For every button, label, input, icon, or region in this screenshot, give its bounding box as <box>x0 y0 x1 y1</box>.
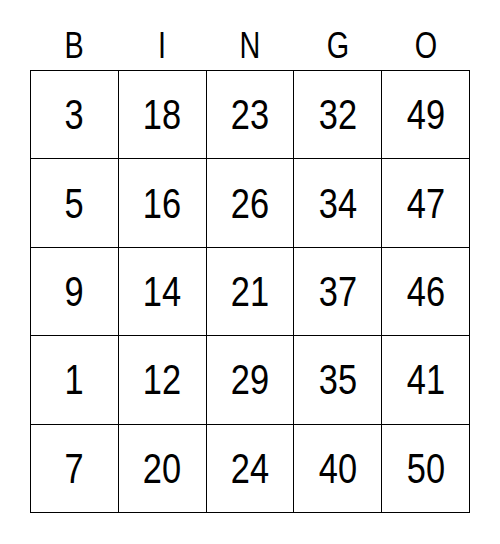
cell-r2c5[interactable]: 47 <box>382 159 470 247</box>
cell-r4c5[interactable]: 41 <box>382 336 470 424</box>
cell-value: 47 <box>406 182 444 225</box>
cell-r5c5[interactable]: 50 <box>382 425 470 513</box>
header-letter-i: I <box>118 24 206 68</box>
header-letter-i-label: I <box>158 28 166 64</box>
cell-value: 29 <box>231 358 269 401</box>
cell-r2c1[interactable]: 5 <box>31 159 119 247</box>
header-letter-n-label: N <box>240 28 261 64</box>
header-letter-n: N <box>206 24 294 68</box>
cell-value: 9 <box>65 270 84 313</box>
cell-r1c2[interactable]: 18 <box>119 71 207 159</box>
cell-r1c4[interactable]: 32 <box>294 71 382 159</box>
cell-r4c1[interactable]: 1 <box>31 336 119 424</box>
cell-value: 5 <box>65 182 84 225</box>
cell-r3c4[interactable]: 37 <box>294 248 382 336</box>
cell-r5c2[interactable]: 20 <box>119 425 207 513</box>
cell-value: 14 <box>143 270 181 313</box>
cell-value: 35 <box>319 358 357 401</box>
header-letter-o: O <box>382 24 470 68</box>
cell-value: 7 <box>65 447 84 490</box>
cell-r3c2[interactable]: 14 <box>119 248 207 336</box>
cell-r5c1[interactable]: 7 <box>31 425 119 513</box>
bingo-grid: 3 18 23 32 49 5 16 26 34 47 9 14 21 37 4… <box>30 70 470 513</box>
cell-r4c4[interactable]: 35 <box>294 336 382 424</box>
cell-r1c3[interactable]: 23 <box>207 71 295 159</box>
cell-value: 50 <box>406 447 444 490</box>
cell-r1c1[interactable]: 3 <box>31 71 119 159</box>
cell-value: 46 <box>406 270 444 313</box>
bingo-card: B I N G O 3 18 23 32 49 5 16 26 34 47 9 … <box>30 24 470 513</box>
header-letter-g-label: G <box>327 28 349 64</box>
cell-value: 41 <box>406 358 444 401</box>
cell-value: 49 <box>406 93 444 136</box>
cell-r2c3[interactable]: 26 <box>207 159 295 247</box>
cell-value: 12 <box>143 358 181 401</box>
cell-r4c2[interactable]: 12 <box>119 336 207 424</box>
cell-r5c3[interactable]: 24 <box>207 425 295 513</box>
cell-r3c3[interactable]: 21 <box>207 248 295 336</box>
cell-value: 3 <box>65 93 84 136</box>
cell-r1c5[interactable]: 49 <box>382 71 470 159</box>
header-letter-g: G <box>294 24 382 68</box>
cell-value: 40 <box>319 447 357 490</box>
cell-r3c1[interactable]: 9 <box>31 248 119 336</box>
cell-value: 20 <box>143 447 181 490</box>
cell-value: 23 <box>231 93 269 136</box>
cell-r2c4[interactable]: 34 <box>294 159 382 247</box>
cell-value: 16 <box>143 182 181 225</box>
cell-value: 18 <box>143 93 181 136</box>
cell-r2c2[interactable]: 16 <box>119 159 207 247</box>
cell-value: 1 <box>65 358 84 401</box>
bingo-header: B I N G O <box>30 24 470 68</box>
cell-r5c4[interactable]: 40 <box>294 425 382 513</box>
header-letter-b-label: B <box>64 28 83 64</box>
cell-value: 26 <box>231 182 269 225</box>
cell-value: 24 <box>231 447 269 490</box>
cell-r3c5[interactable]: 46 <box>382 248 470 336</box>
header-letter-b: B <box>30 24 118 68</box>
cell-value: 34 <box>319 182 357 225</box>
cell-r4c3[interactable]: 29 <box>207 336 295 424</box>
cell-value: 21 <box>231 270 269 313</box>
header-letter-o-label: O <box>415 28 437 64</box>
cell-value: 37 <box>319 270 357 313</box>
cell-value: 32 <box>319 93 357 136</box>
